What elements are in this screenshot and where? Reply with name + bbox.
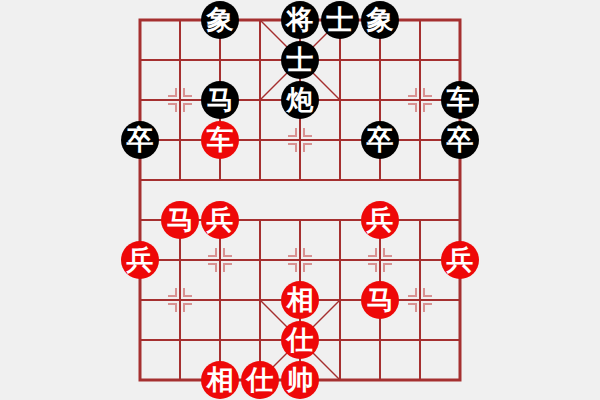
piece-red-advisor[interactable]: 仕 (240, 360, 280, 400)
piece-glyph: 将 (281, 1, 319, 39)
piece-glyph: 相 (281, 281, 319, 319)
piece-black-advisor[interactable]: 士 (320, 0, 360, 40)
piece-glyph: 卒 (361, 121, 399, 159)
piece-red-soldier[interactable]: 兵 (440, 240, 480, 280)
piece-black-soldier[interactable]: 卒 (120, 120, 160, 160)
piece-glyph: 仕 (241, 361, 279, 399)
piece-red-soldier[interactable]: 兵 (120, 240, 160, 280)
piece-glyph: 卒 (441, 121, 479, 159)
piece-glyph: 象 (201, 1, 239, 39)
piece-glyph: 马 (201, 81, 239, 119)
piece-black-soldier[interactable]: 卒 (360, 120, 400, 160)
piece-red-soldier[interactable]: 兵 (200, 200, 240, 240)
piece-red-horse[interactable]: 马 (360, 280, 400, 320)
piece-black-elephant[interactable]: 象 (200, 0, 240, 40)
piece-black-soldier[interactable]: 卒 (440, 120, 480, 160)
piece-red-advisor[interactable]: 仕 (280, 320, 320, 360)
pieces-layer: 象将士象士马炮车卒车卒卒马兵兵兵兵相马仕相仕帅 (120, 0, 480, 400)
piece-glyph: 车 (201, 121, 239, 159)
piece-glyph: 相 (201, 361, 239, 399)
piece-red-general[interactable]: 帅 (280, 360, 320, 400)
piece-red-soldier[interactable]: 兵 (360, 200, 400, 240)
xiangqi-board: 象将士象士马炮车卒车卒卒马兵兵兵兵相马仕相仕帅 (0, 0, 600, 400)
piece-glyph: 士 (321, 1, 359, 39)
piece-black-advisor[interactable]: 士 (280, 40, 320, 80)
piece-red-horse[interactable]: 马 (160, 200, 200, 240)
piece-glyph: 兵 (361, 201, 399, 239)
piece-red-elephant[interactable]: 相 (280, 280, 320, 320)
piece-black-cannon[interactable]: 炮 (280, 80, 320, 120)
piece-red-elephant[interactable]: 相 (200, 360, 240, 400)
piece-glyph: 帅 (281, 361, 319, 399)
piece-glyph: 卒 (121, 121, 159, 159)
piece-red-chariot[interactable]: 车 (200, 120, 240, 160)
piece-black-chariot[interactable]: 车 (440, 80, 480, 120)
piece-black-elephant[interactable]: 象 (360, 0, 400, 40)
piece-glyph: 兵 (201, 201, 239, 239)
piece-glyph: 象 (361, 1, 399, 39)
piece-glyph: 兵 (441, 241, 479, 279)
piece-glyph: 兵 (121, 241, 159, 279)
piece-glyph: 马 (161, 201, 199, 239)
piece-black-general[interactable]: 将 (280, 0, 320, 40)
piece-glyph: 仕 (281, 321, 319, 359)
piece-glyph: 士 (281, 41, 319, 79)
piece-glyph: 马 (361, 281, 399, 319)
piece-glyph: 炮 (281, 81, 319, 119)
piece-black-horse[interactable]: 马 (200, 80, 240, 120)
piece-glyph: 车 (441, 81, 479, 119)
